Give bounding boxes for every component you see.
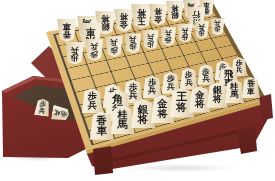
shogi-piece[interactable]: 歩兵 — [160, 27, 176, 46]
piece-kanji: 兵 — [185, 79, 193, 86]
shogi-piece[interactable]: 金将 — [189, 86, 211, 112]
piece-kanji: 兵 — [147, 33, 154, 40]
shogi-piece[interactable]: 歩兵 — [124, 33, 141, 53]
piece-kanji: 車 — [63, 23, 71, 31]
shogi-set-photo: 香車桂馬銀将金将玉将金将銀将桂馬香車飛車角行歩兵歩兵歩兵歩兵歩兵歩兵歩兵歩兵歩兵… — [0, 0, 275, 181]
board-pieces: 香車桂馬銀将金将玉将金将銀将桂馬香車飛車角行歩兵歩兵歩兵歩兵歩兵歩兵歩兵歩兵歩兵… — [0, 0, 275, 181]
piece-kanji: 兵 — [148, 87, 156, 95]
piece-kanji: 兵 — [198, 24, 205, 30]
shogi-piece[interactable]: 桂馬 — [225, 80, 245, 103]
piece-kanji: 兵 — [129, 91, 138, 99]
piece-kanji: 車 — [247, 88, 255, 95]
shogi-piece[interactable]: 歩兵 — [210, 18, 225, 35]
shogi-piece[interactable]: 歩兵 — [180, 68, 198, 89]
piece-kanji: 兵 — [71, 46, 79, 54]
shogi-piece[interactable]: 歩兵 — [142, 30, 159, 50]
piece-kanji: 馬 — [230, 91, 238, 99]
piece-kanji: 将 — [101, 15, 110, 23]
shogi-piece[interactable]: 金将 — [114, 9, 134, 32]
shogi-piece[interactable]: 歩兵 — [143, 76, 162, 99]
shogi-piece[interactable]: 銀将 — [131, 99, 156, 128]
shogi-piece[interactable]: 歩兵 — [50, 105, 69, 123]
piece-kanji: 歩 — [214, 27, 220, 33]
piece-kanji: 車 — [97, 126, 107, 136]
shogi-piece[interactable]: 歩兵 — [65, 42, 84, 65]
piece-kanji: 車 — [86, 27, 96, 36]
piece-kanji: 兵 — [91, 42, 99, 50]
piece-kanji: 兵 — [88, 101, 97, 110]
piece-kanji: 将 — [138, 114, 149, 124]
piece-kanji: 将 — [158, 109, 168, 119]
shogi-piece[interactable]: 香車 — [57, 19, 77, 42]
piece-kanji: 将 — [171, 5, 179, 12]
piece-kanji: 兵 — [202, 75, 209, 82]
shogi-piece[interactable]: 歩兵 — [197, 64, 214, 84]
shogi-piece[interactable]: 玉将 — [131, 4, 152, 29]
piece-kanji: 馬 — [118, 120, 128, 130]
shogi-piece[interactable]: 歩兵 — [194, 21, 209, 39]
piece-kanji: 将 — [137, 8, 146, 16]
piece-kanji: 将 — [176, 103, 187, 113]
shogi-piece[interactable]: 銀将 — [207, 82, 229, 107]
piece-kanji: 銀 — [171, 12, 179, 19]
shogi-piece[interactable]: 香車 — [90, 111, 114, 139]
shogi-piece[interactable]: 歩兵 — [105, 36, 123, 57]
piece-kanji: 将 — [119, 12, 127, 20]
piece-kanji: 兵 — [110, 39, 118, 46]
shogi-piece[interactable]: 香車 — [242, 77, 260, 98]
piece-kanji: 歩 — [110, 46, 118, 53]
piece-kanji: 兵 — [214, 21, 220, 27]
shogi-piece[interactable]: 銀将 — [166, 1, 184, 22]
piece-kanji: 玉 — [137, 16, 146, 24]
piece-kanji: 兵 — [165, 29, 172, 36]
piece-kanji: 歩 — [91, 50, 99, 58]
piece-kanji: 行 — [192, 10, 200, 18]
piece-kanji: 兵 — [38, 107, 45, 114]
piece-kanji: 将 — [213, 95, 222, 104]
shogi-piece[interactable]: 金将 — [149, 4, 167, 26]
piece-kanji: 兵 — [182, 26, 189, 32]
piece-kanji: 香 — [63, 31, 71, 39]
shogi-piece[interactable]: 歩兵 — [177, 24, 193, 43]
piece-kanji: 兵 — [53, 109, 60, 116]
piece-kanji: 車 — [204, 1, 210, 7]
piece-kanji: 金 — [155, 14, 163, 21]
piece-kanji: 将 — [195, 99, 205, 108]
shogi-piece[interactable]: 歩兵 — [82, 88, 103, 113]
piece-kanji: 銀 — [101, 23, 110, 31]
piece-kanji: 兵 — [129, 36, 136, 43]
piece-kanji: 将 — [155, 7, 163, 14]
shogi-piece[interactable]: 歩兵 — [85, 39, 104, 61]
piece-kanji: 兵 — [167, 83, 175, 91]
shogi-piece[interactable]: 桂馬 — [111, 105, 135, 134]
shogi-piece[interactable]: 歩兵 — [33, 98, 50, 117]
